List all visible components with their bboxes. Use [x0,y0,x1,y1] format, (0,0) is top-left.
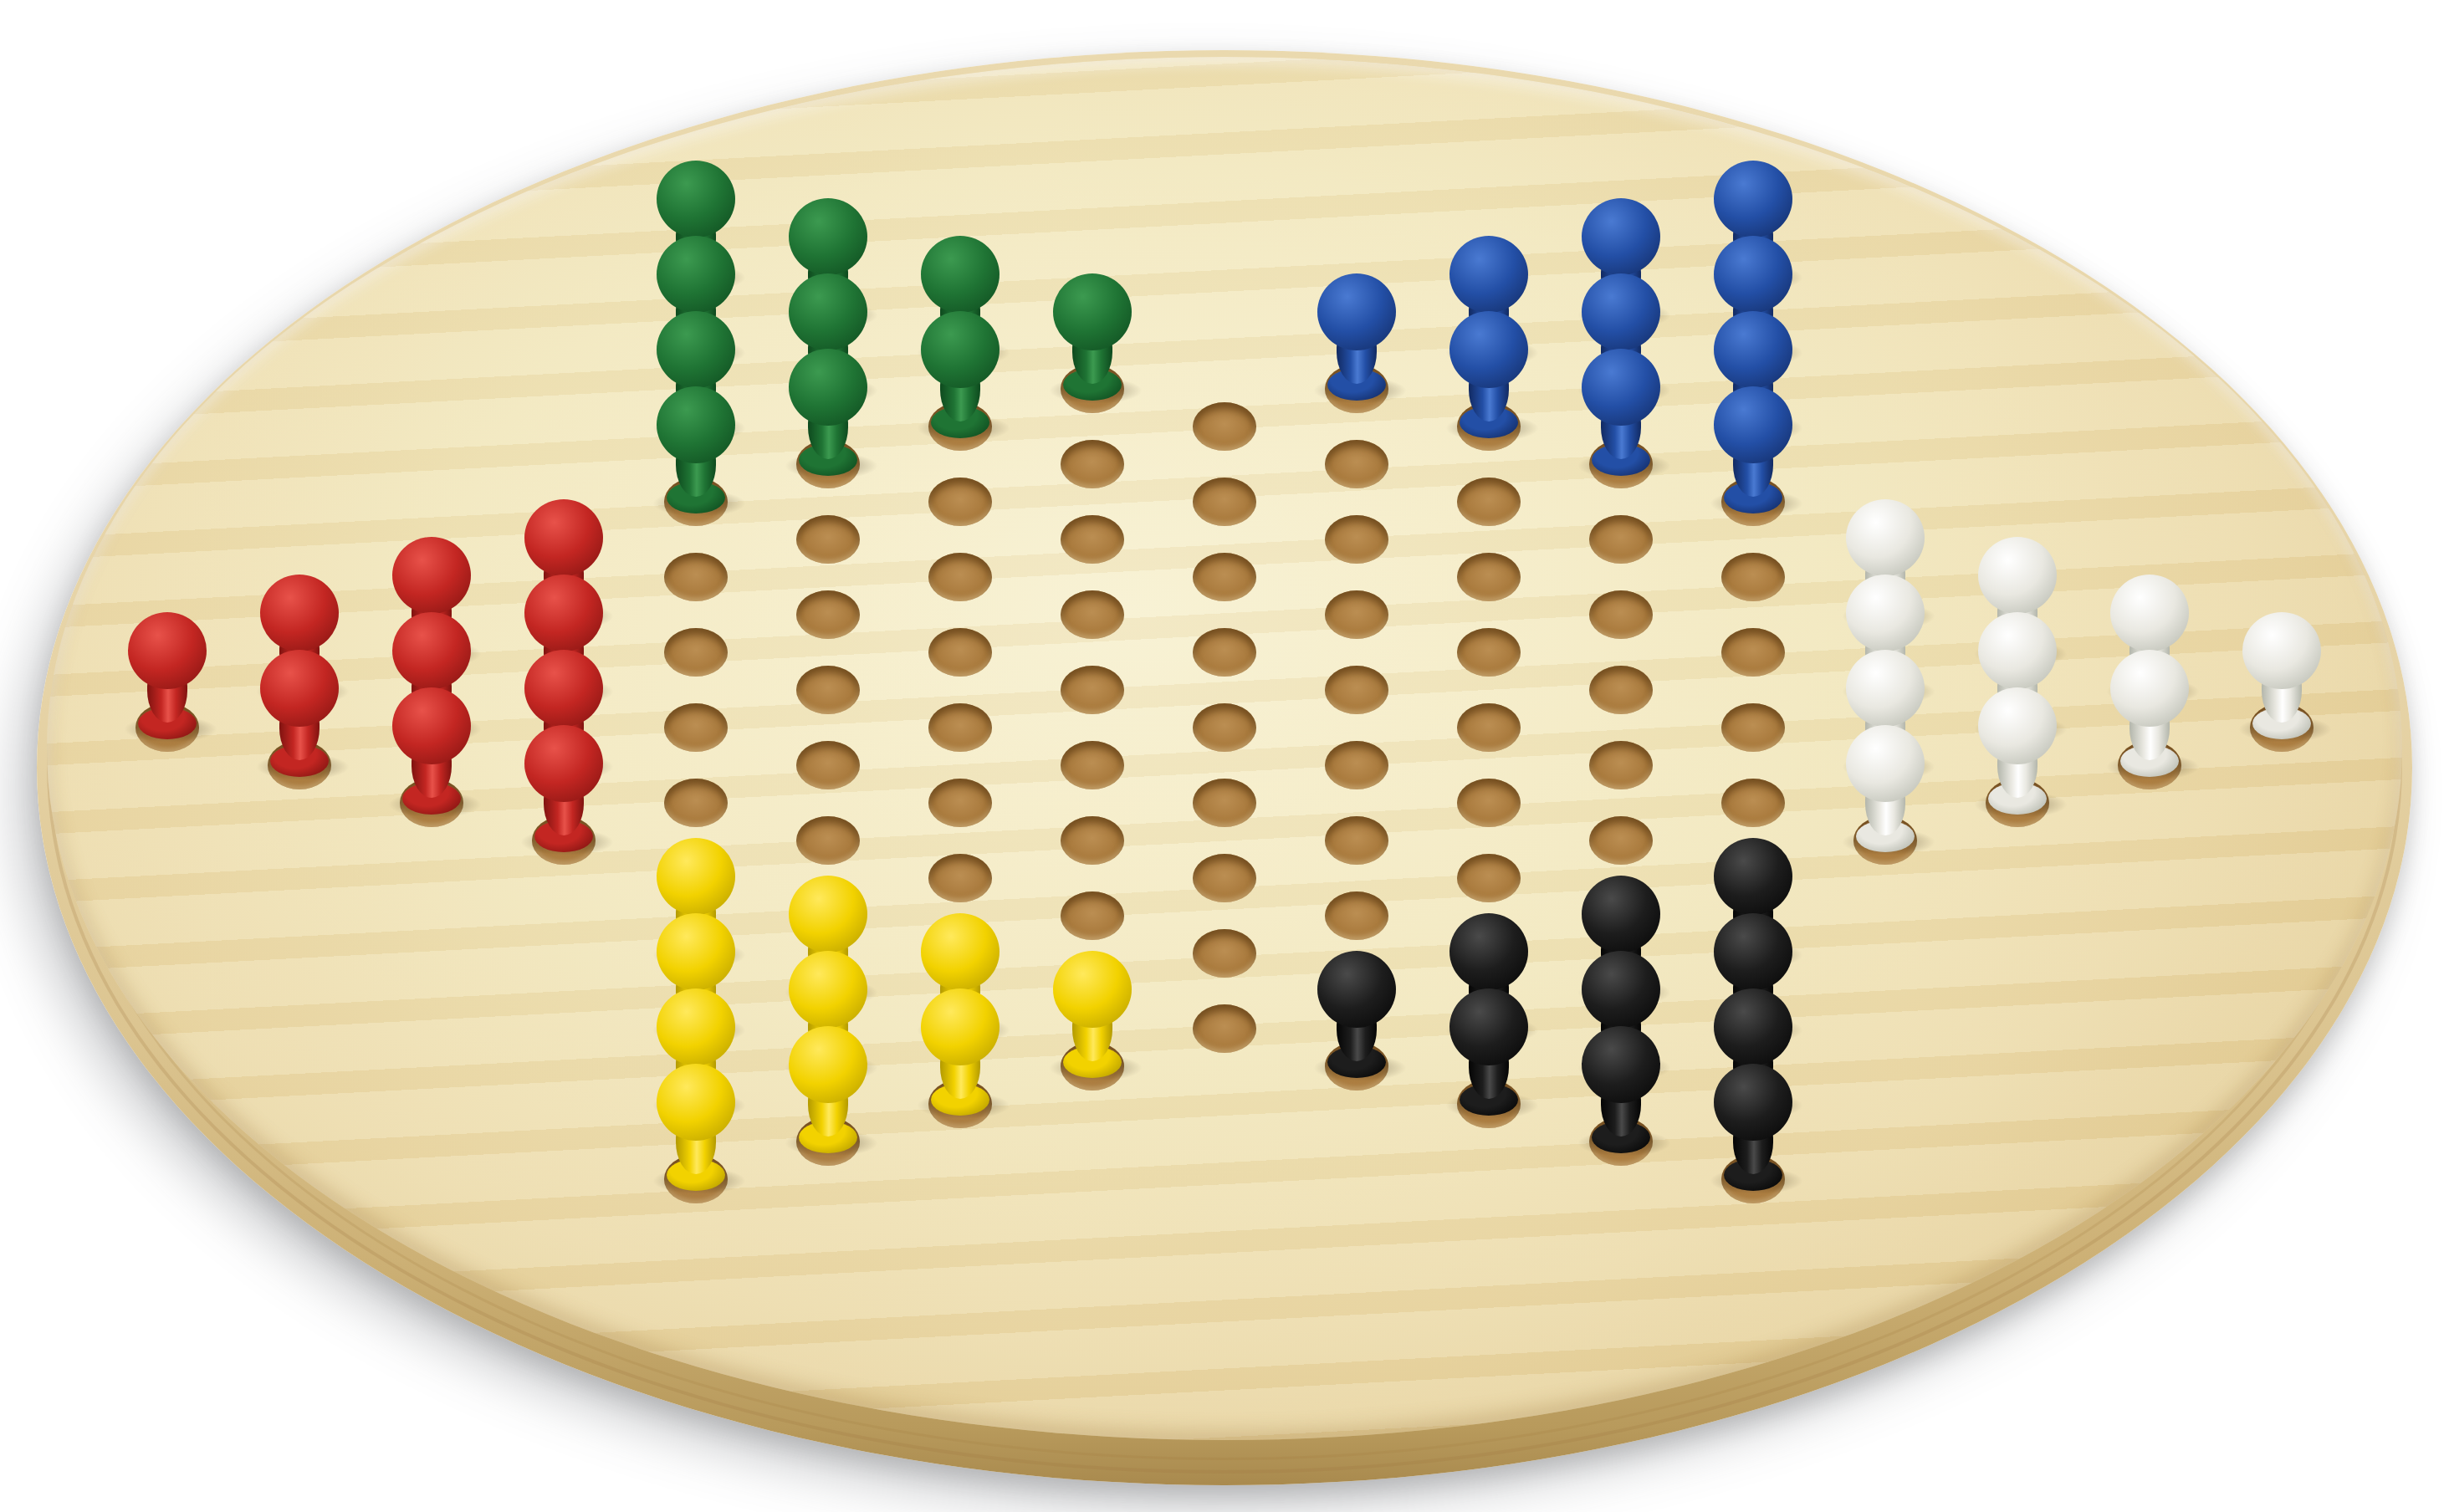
peg-ball [789,876,867,953]
peg-ball [789,1026,867,1103]
board-hole[interactable] [1061,440,1124,488]
peg-ball [657,1064,735,1141]
peg-ball [1978,687,2057,764]
board-hole[interactable] [928,703,992,752]
board-hole[interactable] [928,478,992,526]
peg-ball [260,575,339,651]
peg-ball [657,913,735,990]
peg-blue[interactable] [1317,273,1397,401]
peg-ball [789,951,867,1028]
board-hole[interactable] [1721,779,1785,827]
peg-ball [657,236,735,313]
board-hole[interactable] [1589,666,1653,714]
board-hole[interactable] [1589,816,1653,865]
peg-red[interactable] [127,612,207,739]
peg-ball [524,499,603,576]
board-hole[interactable] [1325,891,1388,940]
peg-ball [392,687,471,764]
peg-ball [1846,725,1925,802]
peg-ball [1449,988,1528,1065]
board-hole[interactable] [928,854,992,902]
peg-ball [657,988,735,1065]
peg-black[interactable] [1449,988,1529,1116]
peg-ball [392,537,471,614]
peg-black[interactable] [1581,1026,1661,1153]
peg-ball [921,311,1000,388]
peg-ball [1449,236,1528,313]
peg-green[interactable] [920,311,1000,438]
board-hole[interactable] [1457,854,1521,902]
peg-ball [789,198,867,275]
peg-red[interactable] [259,650,340,777]
board-hole[interactable] [664,628,728,677]
board-hole[interactable] [1589,515,1653,564]
peg-ball [1582,349,1660,426]
peg-ball [1714,311,1792,388]
peg-blue[interactable] [1449,311,1529,438]
peg-ball [392,612,471,689]
board-hole[interactable] [1193,1004,1256,1053]
board-hole[interactable] [1193,402,1256,451]
board-hole[interactable] [664,553,728,601]
chinese-checkers-photo [0,0,2449,1512]
peg-green[interactable] [656,386,736,513]
peg-ball [524,725,603,802]
board-hole[interactable] [1589,741,1653,789]
peg-yellow[interactable] [656,1064,736,1191]
peg-ball [1714,913,1792,990]
peg-ball [524,575,603,651]
peg-ball [1449,311,1528,388]
board-hole[interactable] [1325,666,1388,714]
board-hole[interactable] [1061,891,1124,940]
board-hole[interactable] [1589,590,1653,639]
peg-ball [789,273,867,350]
board-hole[interactable] [796,816,860,865]
board-hole[interactable] [928,628,992,677]
peg-red[interactable] [524,725,604,852]
board-hole[interactable] [1457,478,1521,526]
board-hole[interactable] [664,703,728,752]
board-hole[interactable] [1721,553,1785,601]
peg-white[interactable] [1977,687,2058,815]
peg-ball [921,988,1000,1065]
board-hole[interactable] [796,515,860,564]
board-hole[interactable] [1193,553,1256,601]
board-hole[interactable] [1193,779,1256,827]
peg-ball [524,650,603,727]
peg-ball [260,650,339,727]
board-hole[interactable] [796,590,860,639]
board-hole[interactable] [1325,515,1388,564]
peg-ball [1714,386,1792,463]
board-hole[interactable] [796,666,860,714]
peg-ball [657,161,735,238]
board-hole[interactable] [664,779,728,827]
board-hole[interactable] [1061,741,1124,789]
peg-ball [1582,1026,1660,1103]
peg-ball [1714,1064,1792,1141]
peg-ball [657,386,735,463]
board-hole[interactable] [1457,553,1521,601]
board-hole[interactable] [1193,929,1256,978]
peg-ball [1582,273,1660,350]
board-hole[interactable] [1721,628,1785,677]
peg-ball [1978,612,2057,689]
peg-white[interactable] [2242,612,2322,739]
board-hole[interactable] [1061,590,1124,639]
peg-ball [2110,575,2189,651]
peg-ball [1714,236,1792,313]
board-hole[interactable] [928,553,992,601]
peg-red[interactable] [391,687,472,815]
board-hole[interactable] [1721,703,1785,752]
peg-ball [1846,499,1925,576]
peg-ball [128,612,207,689]
peg-black[interactable] [1317,951,1397,1078]
board-hole[interactable] [1193,703,1256,752]
peg-ball [1582,951,1660,1028]
board-hole[interactable] [1061,666,1124,714]
peg-ball [657,311,735,388]
board-hole[interactable] [1457,703,1521,752]
peg-yellow[interactable] [920,988,1000,1116]
peg-green[interactable] [1052,273,1132,401]
peg-blue[interactable] [1713,386,1793,513]
board-hole[interactable] [1061,816,1124,865]
board-hole[interactable] [1061,515,1124,564]
board-hole[interactable] [1325,741,1388,789]
peg-ball [657,838,735,915]
peg-ball [789,349,867,426]
peg-ball [1714,988,1792,1065]
peg-ball [1582,876,1660,953]
peg-ball [921,236,1000,313]
board-hole[interactable] [1457,779,1521,827]
peg-ball [1317,273,1396,350]
peg-yellow[interactable] [1052,951,1132,1078]
board-hole[interactable] [796,741,860,789]
board-hole[interactable] [1325,440,1388,488]
board-hole[interactable] [1193,854,1256,902]
board-hole[interactable] [928,779,992,827]
peg-ball [2110,650,2189,727]
peg-ball [1317,951,1396,1028]
peg-ball [1449,913,1528,990]
peg-ball [1978,537,2057,614]
board-hole[interactable] [1193,478,1256,526]
peg-ball [1846,650,1925,727]
peg-ball [1053,951,1132,1028]
peg-ball [1714,838,1792,915]
peg-green[interactable] [788,349,868,476]
board-hole[interactable] [1325,816,1388,865]
board-hole[interactable] [1193,628,1256,677]
peg-ball [2242,612,2321,689]
peg-blue[interactable] [1581,349,1661,476]
peg-ball [921,913,1000,990]
peg-ball [1714,161,1792,238]
peg-ball [1846,575,1925,651]
peg-white[interactable] [2109,650,2190,777]
peg-ball [1053,273,1132,350]
peg-black[interactable] [1713,1064,1793,1191]
board-hole[interactable] [1457,628,1521,677]
board-hole[interactable] [1325,590,1388,639]
peg-white[interactable] [1845,725,1925,852]
peg-ball [1582,198,1660,275]
peg-yellow[interactable] [788,1026,868,1153]
